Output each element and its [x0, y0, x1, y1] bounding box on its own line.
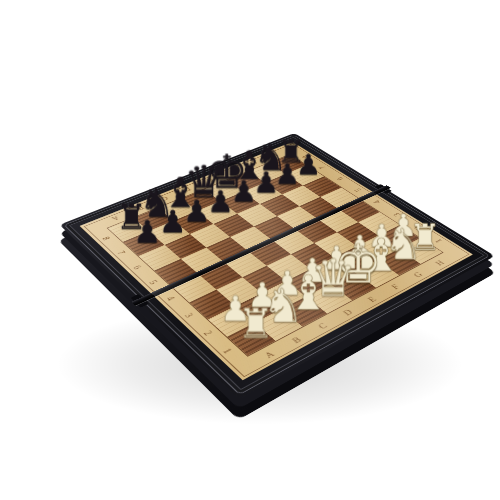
- black-pawn-e7[interactable]: ♟: [230, 178, 256, 205]
- file-label-H: H: [422, 253, 458, 274]
- black-pawn-b7[interactable]: ♟: [159, 207, 187, 235]
- square-d6[interactable]: [213, 214, 254, 237]
- file-label-C: C: [303, 314, 343, 339]
- black-pawn-a7[interactable]: ♟: [133, 218, 161, 247]
- black-pawn-c7[interactable]: ♟: [183, 197, 210, 225]
- black-pawn-d7[interactable]: ♟: [207, 188, 234, 215]
- white-rook-a1[interactable]: ♜: [238, 306, 274, 343]
- photo-stage: ♜♞♝♛♚♝♞♜♟♟♟♟♟♟♟♟♟♟♟♟♟♟♟♟♜♞♝♛♚♝♞♜ ABCDEFG…: [0, 0, 500, 500]
